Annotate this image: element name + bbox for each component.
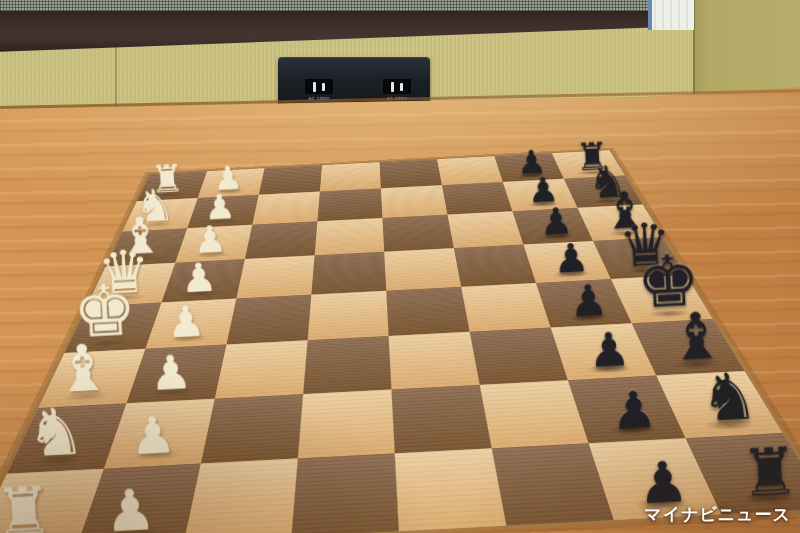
piece-shadow — [92, 520, 174, 533]
square-h2: ♟ — [76, 464, 201, 533]
square-f3 — [215, 340, 308, 398]
square-b2: ♟ — [187, 195, 259, 228]
square-g1: ♞ — [7, 403, 127, 473]
square-d3 — [236, 255, 314, 298]
square-c6 — [447, 211, 523, 248]
square-h5 — [395, 448, 507, 531]
piece-shadow — [583, 196, 633, 205]
square-c3 — [245, 221, 317, 259]
square-c4 — [315, 218, 385, 255]
square-b8: ♞ — [564, 176, 643, 208]
piece-shadow — [118, 445, 191, 464]
square-b3 — [252, 192, 319, 225]
square-d2: ♟ — [162, 259, 245, 302]
square-b5 — [381, 185, 448, 218]
square-e2: ♟ — [145, 299, 236, 349]
piece-shadow — [157, 332, 218, 346]
piece-shadow — [140, 384, 206, 400]
square-f4 — [303, 336, 391, 394]
watermark: マイナビニュース — [644, 503, 791, 526]
piece-shadow — [575, 361, 643, 377]
square-c7: ♟ — [513, 208, 594, 245]
square-d8: ♛ — [593, 237, 686, 279]
photo-scene: AC 100V AC 100V ♜♟♟♜♞♟♟♞♝♟♟♝♛♟♟♛♚♟♟♚♝♟♟♝… — [0, 0, 800, 533]
square-g2: ♟ — [104, 399, 215, 469]
piece-shadow — [77, 336, 139, 350]
square-b4 — [317, 188, 382, 221]
piece-shadow — [519, 200, 568, 209]
square-a6 — [437, 156, 503, 185]
square-a3 — [259, 165, 322, 195]
square-e3 — [227, 295, 312, 345]
square-c5 — [382, 215, 453, 252]
piece-shadow — [52, 388, 120, 404]
square-d5 — [384, 248, 461, 291]
square-a1: ♜ — [137, 171, 207, 201]
square-a2: ♟ — [198, 168, 265, 198]
square-h4 — [291, 453, 399, 533]
piece-shadow — [598, 228, 652, 238]
piece-shadow — [98, 291, 155, 303]
square-a8: ♜ — [552, 150, 625, 179]
piece-shadow — [558, 311, 620, 325]
square-e5 — [386, 287, 469, 336]
board-perspective-wrapper: ♜♟♟♜♞♟♟♞♝♟♟♝♛♟♟♛♚♟♟♚♝♟♟♝♞♟♟♞♜♟♟♜ — [0, 0, 800, 533]
piece-shadow — [661, 356, 731, 372]
square-f5 — [389, 332, 480, 390]
square-e4 — [308, 291, 389, 341]
square-g4 — [298, 389, 395, 458]
square-g5 — [391, 385, 491, 454]
square-c2: ♟ — [175, 225, 252, 263]
square-a4 — [320, 162, 381, 191]
piece-shadow — [637, 307, 700, 321]
piece-shadow — [207, 187, 252, 196]
piece-shadow — [186, 250, 238, 261]
piece-shadow — [596, 421, 671, 440]
square-d6 — [454, 245, 536, 287]
square-b1: ♞ — [122, 198, 198, 232]
square-c8: ♝ — [578, 204, 663, 240]
piece-shadow — [543, 268, 600, 280]
square-a5 — [380, 159, 442, 188]
piece-shadow — [173, 288, 229, 300]
square-g3 — [201, 394, 303, 463]
square-b6 — [442, 182, 513, 215]
piece-shadow — [530, 232, 583, 242]
square-h3 — [184, 458, 298, 533]
chess-board: ♜♟♟♜♞♟♟♞♝♟♟♝♛♟♟♛♚♟♟♚♝♟♟♝♞♟♟♞♜♟♟♜ — [0, 150, 800, 533]
square-e6 — [461, 283, 551, 332]
piece-shadow — [0, 526, 69, 533]
square-d4 — [311, 252, 386, 295]
piece-shadow — [116, 253, 169, 264]
piece-shadow — [691, 416, 768, 435]
piece-shadow — [22, 450, 97, 469]
piece-shadow — [616, 265, 674, 277]
white-rook-piece: ♜ — [0, 476, 79, 533]
